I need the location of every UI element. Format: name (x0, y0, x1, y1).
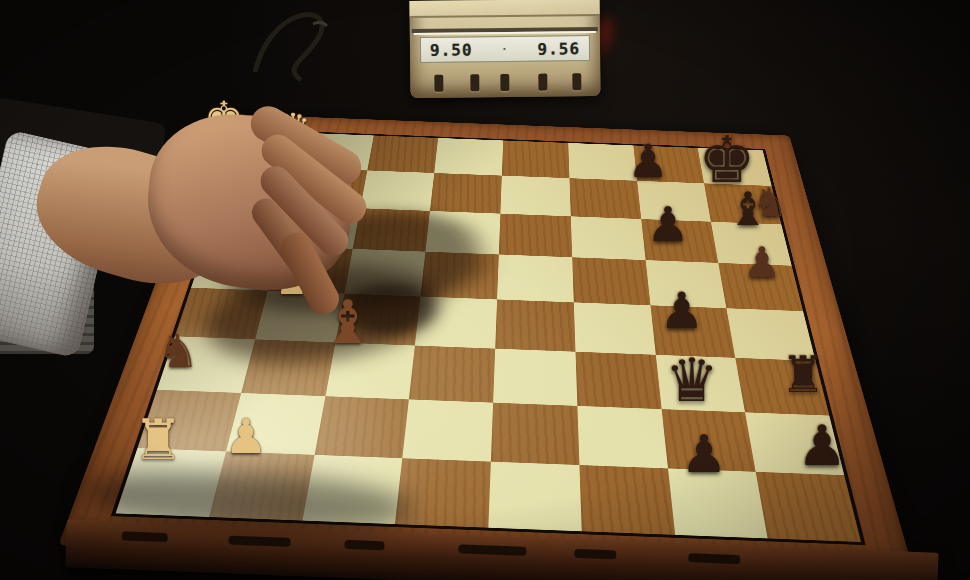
chess-clock: 9.50 · 9.56 (409, 0, 600, 98)
piece-black-pawn-3[interactable]: ♟ (743, 242, 781, 284)
square-h4[interactable] (395, 458, 491, 527)
piece-black-pawn-2[interactable]: ♟ (646, 200, 689, 248)
square-a3[interactable] (367, 135, 438, 172)
clock-separator: · (502, 44, 509, 54)
rail-logo-mark (574, 549, 616, 560)
square-h5[interactable] (488, 462, 581, 531)
rail-logo-mark (228, 535, 290, 546)
piece-white-knight[interactable]: ♞ (157, 328, 198, 374)
square-g4[interactable] (402, 399, 493, 462)
square-c5[interactable] (499, 213, 572, 257)
clock-right-time: 9.56 (537, 39, 580, 58)
piece-black-pawn-6[interactable]: ♟ (797, 418, 847, 474)
rail-logo-mark (688, 553, 740, 564)
square-f5[interactable] (493, 348, 577, 405)
square-e6[interactable] (574, 302, 656, 354)
square-a5[interactable] (502, 140, 569, 178)
square-b4[interactable] (430, 173, 502, 214)
square-f6[interactable] (575, 352, 661, 409)
square-d6[interactable] (572, 257, 650, 305)
piece-white-rook[interactable]: ♜ (133, 412, 183, 468)
clock-foot-mark (500, 74, 509, 91)
piece-black-rook[interactable]: ♜ (781, 350, 826, 400)
clock-foot-mark (572, 73, 581, 90)
clock-foot-mark (538, 74, 547, 91)
square-b5[interactable] (500, 175, 570, 216)
clock-rocker-top (409, 0, 599, 18)
piece-black-pawn-1[interactable]: ♟ (627, 138, 668, 184)
square-d5[interactable] (497, 255, 574, 303)
piece-black-pawn-5[interactable]: ♟ (681, 428, 728, 480)
piece-black-queen[interactable]: ♛ (665, 350, 719, 410)
clock-left-time: 9.50 (430, 40, 473, 59)
rail-logo-mark (458, 544, 526, 556)
piece-black-bishop[interactable]: ♝ (727, 186, 768, 232)
piece-black-pawn-4[interactable]: ♟ (660, 286, 705, 336)
clock-foot-mark (470, 74, 479, 91)
rail-logo-mark (121, 531, 167, 542)
square-g5[interactable] (491, 402, 579, 465)
square-f4[interactable] (409, 345, 495, 402)
clock-foot-mark (434, 75, 443, 92)
square-h8[interactable] (756, 472, 861, 542)
square-b3[interactable] (360, 170, 434, 210)
photo-chess-scene: { "game": "chess", "position": "kbn1r3/p… (0, 0, 970, 580)
square-a4[interactable] (434, 138, 503, 176)
square-h6[interactable] (579, 465, 674, 535)
clock-lcd-display: 9.50 · 9.56 (420, 35, 590, 63)
square-e5[interactable] (495, 299, 575, 351)
piece-white-pawn-1[interactable]: ♟ (224, 412, 267, 460)
square-g6[interactable] (577, 406, 667, 469)
clock-cable (225, 0, 405, 90)
square-g3[interactable] (314, 396, 409, 458)
square-c6[interactable] (571, 216, 646, 260)
rail-logo-mark (344, 540, 384, 551)
